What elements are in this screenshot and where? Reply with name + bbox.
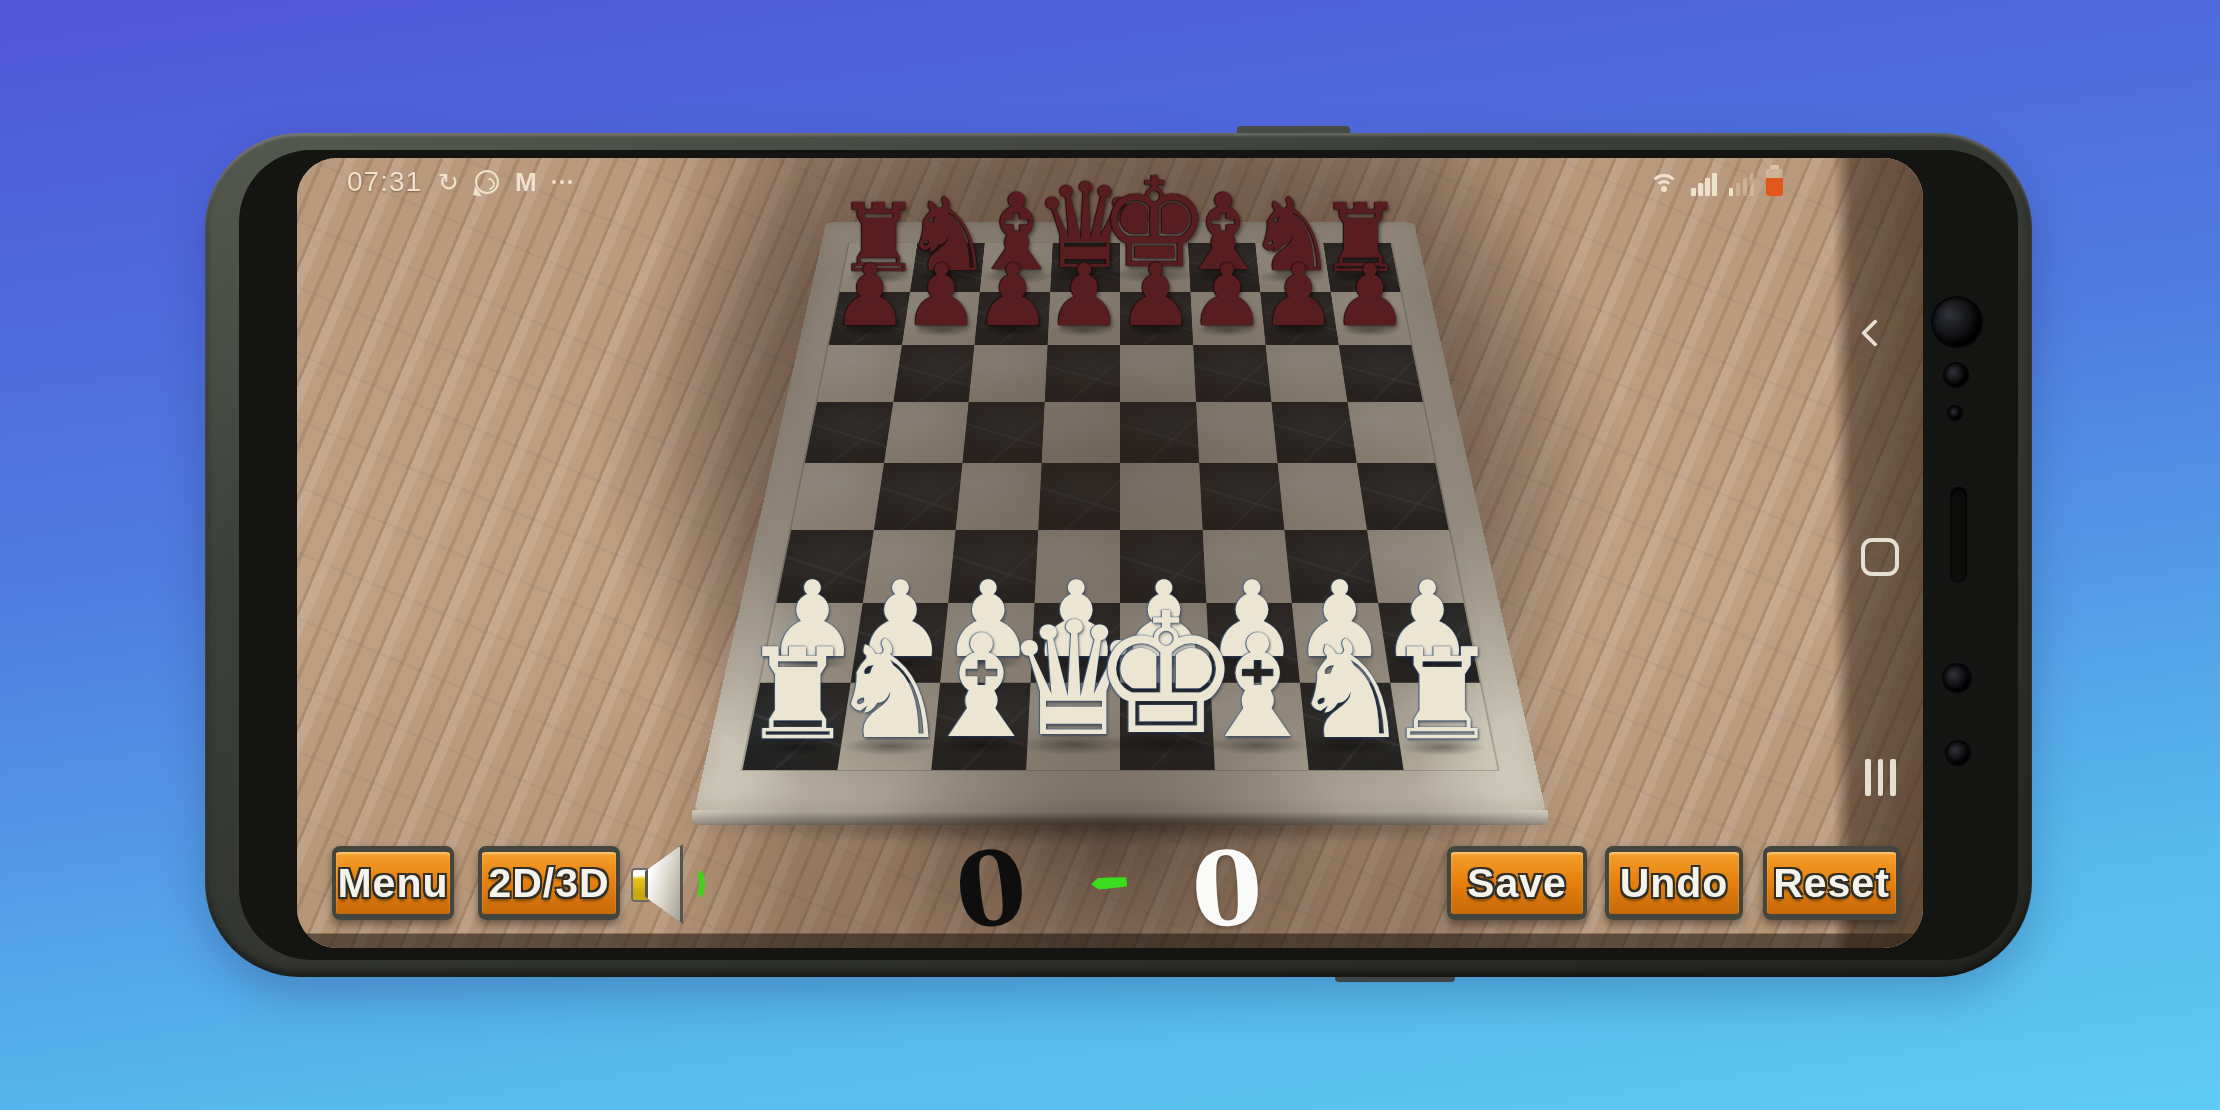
black-pawn[interactable]: ♟ — [903, 252, 980, 338]
camera-lens-icon — [1944, 665, 1970, 691]
data-saver-icon: ↻ — [438, 170, 459, 195]
battery-low-icon — [1766, 169, 1783, 196]
board-square[interactable] — [884, 402, 969, 464]
board-square[interactable] — [1271, 402, 1356, 464]
board-square[interactable] — [817, 345, 901, 402]
phone-screen: ♜♞♝♛♚♝♞♜♟♟♟♟♟♟♟♟♟♟♟♟♟♟♟♟♜♞♝♛♚♝♞♜ 07:31 ↻… — [297, 158, 1923, 948]
wifi-icon — [1649, 172, 1679, 196]
board-square[interactable] — [1193, 345, 1272, 402]
more-dots-icon — [552, 170, 572, 194]
board-square[interactable] — [1266, 345, 1347, 402]
menu-button[interactable]: Menu — [332, 846, 454, 920]
board-square[interactable] — [1278, 463, 1367, 530]
board-square[interactable] — [1120, 402, 1199, 464]
board-square[interactable] — [1120, 463, 1202, 530]
board-square[interactable] — [873, 463, 962, 530]
earpiece-speaker-slot — [1950, 487, 1967, 583]
black-pawn[interactable]: ♟ — [832, 252, 909, 338]
board-square[interactable] — [1356, 463, 1448, 530]
reset-button[interactable]: Reset — [1763, 846, 1900, 920]
signal-strong-icon — [1691, 173, 1717, 196]
black-pawn[interactable]: ♟ — [1046, 252, 1123, 338]
board-square[interactable] — [1347, 402, 1435, 464]
board-square[interactable] — [1038, 463, 1120, 530]
board-square[interactable] — [1041, 402, 1120, 464]
board-square[interactable] — [956, 463, 1042, 530]
nav-recents-button[interactable] — [1865, 759, 1896, 796]
board-square[interactable] — [1199, 463, 1285, 530]
mode-2d3d-button[interactable]: 2D/3D — [478, 846, 620, 920]
whatsapp-icon — [475, 170, 499, 194]
board-square[interactable] — [805, 402, 893, 464]
white-rook[interactable]: ♜ — [1386, 632, 1499, 758]
save-button[interactable]: Save — [1447, 846, 1587, 920]
nav-home-button[interactable] — [1861, 538, 1899, 576]
sensor-dot-small-icon — [1949, 407, 1961, 419]
board-shadow — [669, 816, 1569, 846]
front-camera-icon — [1933, 298, 1981, 346]
sound-toggle[interactable] — [631, 844, 703, 924]
camera-lens-small-icon — [1947, 742, 1969, 764]
board-square[interactable] — [893, 345, 974, 402]
sensor-dot-icon — [1945, 364, 1967, 386]
board-square[interactable] — [962, 402, 1044, 464]
white-score: 0 — [1189, 836, 1265, 942]
black-pawn[interactable]: ♟ — [1117, 252, 1194, 338]
clock-time: 07:31 — [347, 166, 422, 198]
sound-wave-icon — [683, 866, 705, 902]
board-square[interactable] — [1120, 345, 1196, 402]
board-square[interactable] — [1338, 345, 1422, 402]
black-pawn[interactable]: ♟ — [1260, 252, 1337, 338]
signal-weak-icon — [1729, 173, 1755, 196]
phone-frame: ♜♞♝♛♚♝♞♜♟♟♟♟♟♟♟♟♟♟♟♟♟♟♟♟♜♞♝♛♚♝♞♜ 07:31 ↻… — [205, 133, 2032, 977]
board-square[interactable] — [1196, 402, 1278, 464]
board-square[interactable] — [1044, 345, 1120, 402]
speaker-cone-icon — [645, 844, 683, 924]
wallpaper-background: ♜♞♝♛♚♝♞♜♟♟♟♟♟♟♟♟♟♟♟♟♟♟♟♟♜♞♝♛♚♝♞♜ 07:31 ↻… — [0, 0, 2220, 1110]
black-score: 0 — [950, 835, 1031, 944]
undo-button[interactable]: Undo — [1605, 846, 1743, 920]
board-square[interactable] — [969, 345, 1048, 402]
black-pawn[interactable]: ♟ — [975, 252, 1052, 338]
black-pawn[interactable]: ♟ — [1189, 252, 1266, 338]
board-square[interactable] — [791, 463, 883, 530]
gmail-icon: M — [515, 167, 536, 198]
black-pawn[interactable]: ♟ — [1332, 252, 1409, 338]
